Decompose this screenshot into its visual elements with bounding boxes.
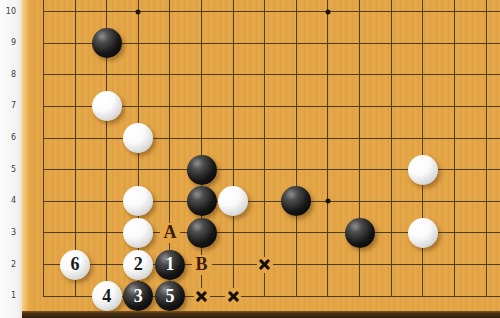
black-stone-numbered: 5 <box>155 281 185 311</box>
grid-line-horizontal <box>43 74 500 75</box>
row-coordinate-label: 9 <box>0 38 16 48</box>
letter-label-b: B <box>192 255 212 275</box>
white-stone-numbered: 4 <box>92 281 122 311</box>
star-point <box>325 199 330 204</box>
grid-line-vertical <box>391 0 392 297</box>
white-stone <box>218 186 248 216</box>
board-bottom-rim <box>22 311 500 318</box>
star-point <box>136 9 141 14</box>
white-stone <box>123 218 153 248</box>
row-coordinate-label: 2 <box>0 260 16 270</box>
x-mark-icon <box>194 288 210 304</box>
go-diagram: AB135246 10987654321 <box>0 0 500 318</box>
row-coordinate-label: 3 <box>0 228 16 238</box>
white-stone <box>123 123 153 153</box>
x-mark-icon <box>257 257 273 273</box>
grid-line-vertical <box>233 0 234 297</box>
white-stone-numbered: 6 <box>60 250 90 280</box>
grid-line-horizontal <box>43 11 500 12</box>
black-stone <box>281 186 311 216</box>
white-stone <box>408 155 438 185</box>
grid-line-vertical <box>454 0 455 297</box>
row-coordinate-label: 5 <box>0 165 16 175</box>
star-point <box>325 9 330 14</box>
row-coordinates: 10987654321 <box>0 0 22 318</box>
row-coordinate-label: 4 <box>0 196 16 206</box>
grid-line-vertical <box>486 0 487 297</box>
row-coordinate-label: 6 <box>0 133 16 143</box>
black-stone-numbered: 3 <box>123 281 153 311</box>
board-edge-highlight <box>22 0 30 311</box>
black-stone <box>187 155 217 185</box>
grid-line-vertical <box>422 0 423 297</box>
black-stone <box>345 218 375 248</box>
white-stone-numbered: 2 <box>123 250 153 280</box>
grid-line-vertical <box>264 0 265 297</box>
row-coordinate-label: 1 <box>0 291 16 301</box>
row-coordinate-label: 8 <box>0 70 16 80</box>
black-stone-numbered: 1 <box>155 250 185 280</box>
white-stone <box>408 218 438 248</box>
white-stone <box>123 186 153 216</box>
grid-line-vertical <box>359 0 360 297</box>
grid-line-horizontal <box>43 201 500 202</box>
black-stone <box>187 186 217 216</box>
x-mark-icon <box>225 288 241 304</box>
white-stone <box>92 91 122 121</box>
black-stone <box>92 28 122 58</box>
grid-line-vertical <box>43 0 44 297</box>
row-coordinate-label: 7 <box>0 101 16 111</box>
grid-line-vertical <box>201 0 202 297</box>
letter-label-a: A <box>160 223 180 243</box>
grid-line-vertical <box>296 0 297 297</box>
grid-line-horizontal <box>43 138 500 139</box>
row-coordinate-label: 10 <box>0 7 16 17</box>
grid-line-vertical <box>327 0 328 297</box>
black-stone <box>187 218 217 248</box>
